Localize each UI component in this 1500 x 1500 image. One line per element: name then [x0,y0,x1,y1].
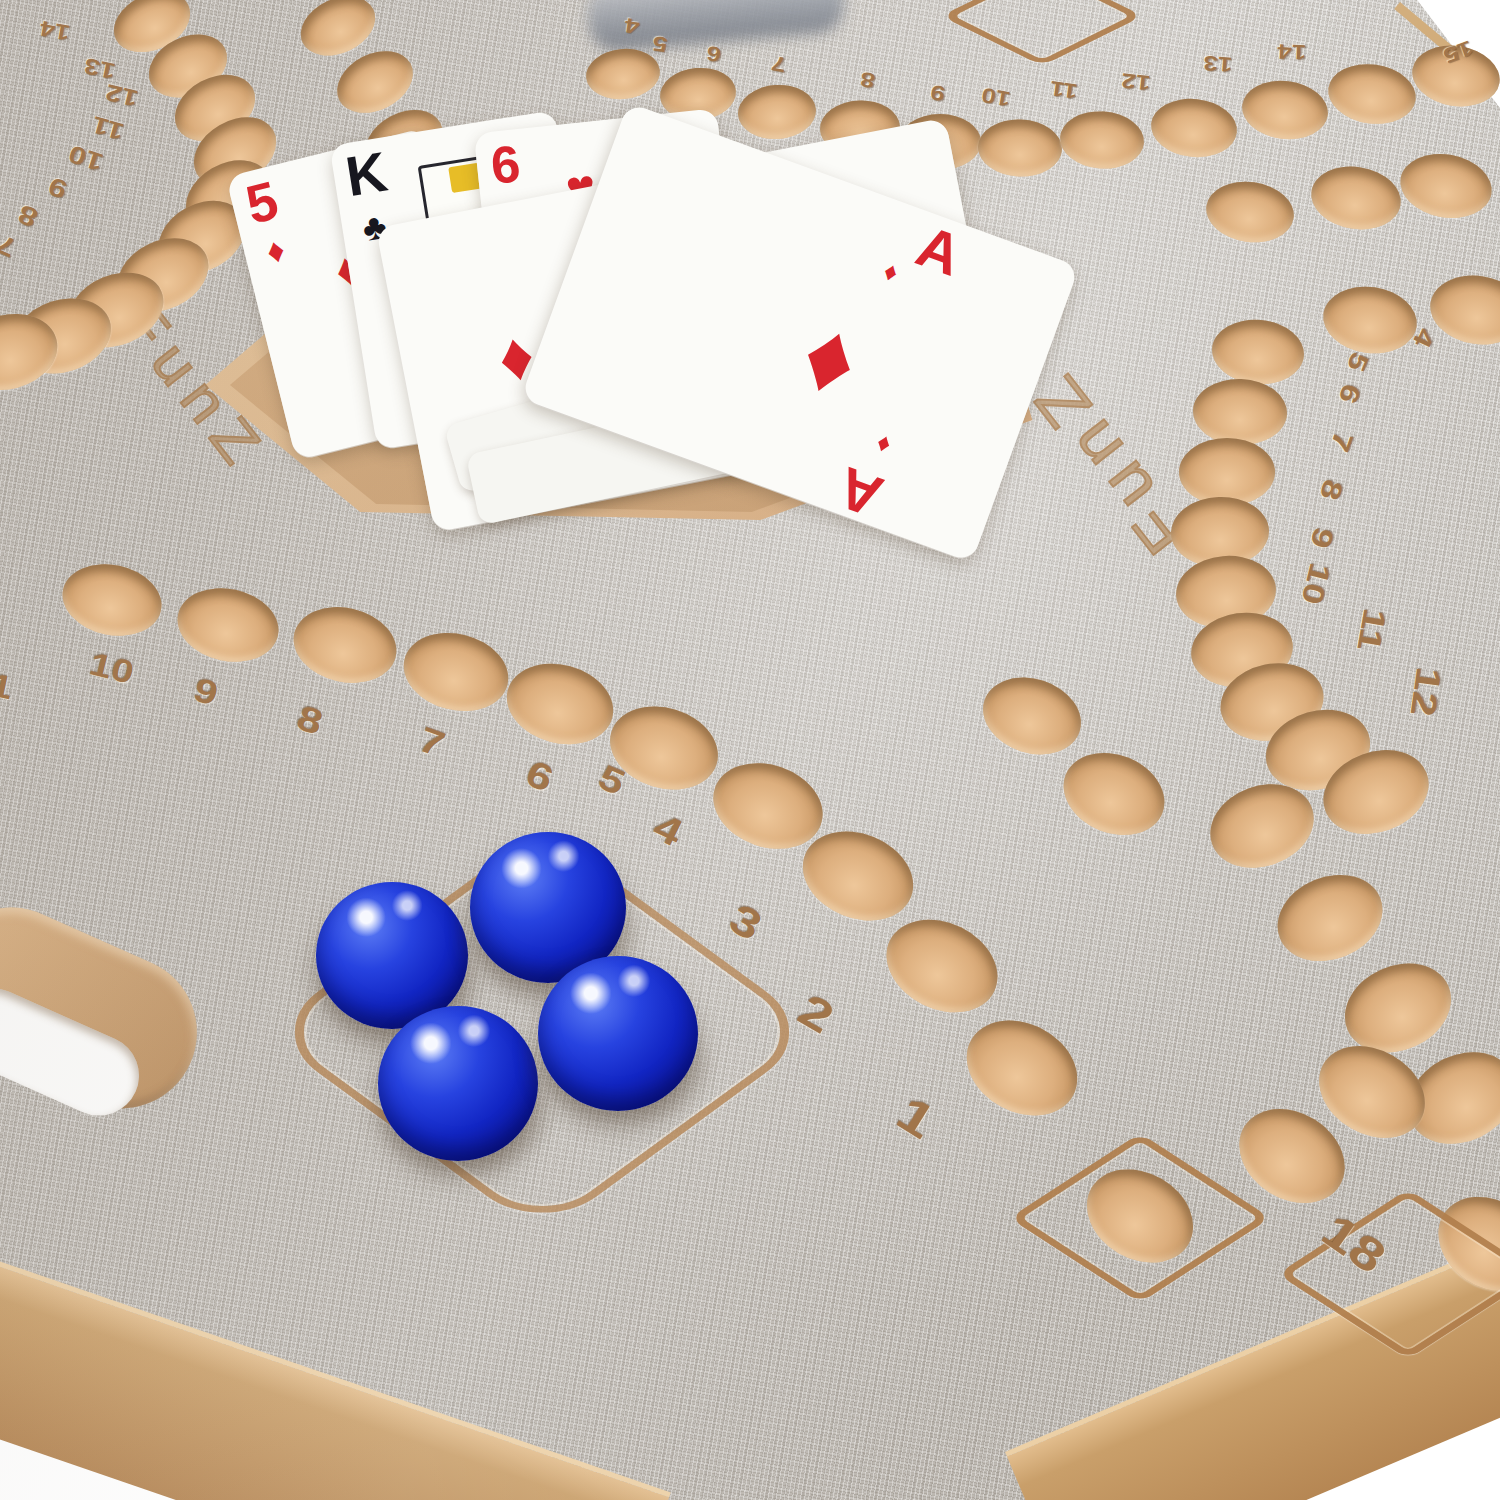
track-number-engraving: 10 [87,647,138,689]
track-number-engraving: 10 [1297,560,1336,607]
start-hole-diamond-outline [1009,1133,1270,1303]
track-number-engraving: 6 [705,43,723,66]
track-number-engraving: 12 [104,80,141,110]
board-game-photo: FunZ FunZ 141312111098745678910111213141… [0,0,1500,1500]
marble-hole[interactable] [1239,76,1331,144]
marble-hole[interactable] [171,579,286,671]
blue-marble[interactable] [378,1006,538,1161]
marble-hole[interactable] [1324,59,1419,130]
track-number-engraving: 6 [1334,381,1365,408]
marble-hole[interactable] [1307,160,1406,235]
track-number-engraving: 4 [623,15,640,38]
marble-hole[interactable] [56,555,168,644]
marble-hole[interactable] [950,1002,1094,1134]
diamond-suit-icon: ♦ [790,301,872,412]
track-number-engraving: 10 [980,84,1012,110]
marble-hole[interactable] [736,82,818,141]
track-number-engraving: 8 [859,69,877,92]
track-number-engraving: 11 [1049,78,1079,102]
track-number-engraving: 9 [929,82,947,105]
marble-hole[interactable] [1395,147,1497,225]
track-number-engraving: 6 [521,754,559,798]
marble-hole[interactable] [1209,316,1306,388]
track-number-engraving: 5 [651,33,668,56]
track-number-engraving: 3 [723,897,768,947]
card-rank-index: K [342,143,391,205]
marble-hole[interactable] [1148,95,1240,162]
track-number-engraving: 4 [648,807,689,853]
track-number-engraving: 1 [889,1089,943,1147]
track-number-engraving: 12 [1405,665,1447,718]
marble-hole[interactable] [977,118,1063,178]
track-number-engraving: 4 [1409,325,1440,352]
track-number-engraving: 8 [293,699,327,740]
track-number-engraving: 9 [1305,524,1338,551]
marble-hole[interactable] [498,652,623,755]
track-number-engraving: 8 [15,200,42,231]
marble-hole[interactable] [1202,176,1297,248]
track-number-engraving: 5 [594,759,631,801]
track-number-engraving: 14 [38,17,71,43]
track-number-engraving: 7 [770,53,788,76]
track-number-engraving: 13 [1203,53,1233,76]
track-number-engraving: 12 [1121,70,1152,94]
card-rank-index: 5 [241,172,283,232]
diamond-suit-icon: ♦ [880,257,901,286]
track-number-engraving: 7 [1326,428,1358,455]
track-number-engraving: 7 [414,721,449,762]
track-number-engraving: 11 [0,664,16,704]
track-number-engraving: 13 [82,54,117,82]
track-number-engraving: 2 [791,987,840,1041]
track-number-engraving: 9 [45,173,70,203]
card-rank-index: A [910,216,969,285]
marble-hole[interactable] [1051,738,1177,849]
marble-hole[interactable] [1058,109,1146,172]
track-number-engraving: 10 [66,141,106,175]
track-number-engraving: 14 [1277,41,1307,63]
marble-hole[interactable] [973,665,1091,766]
diamond-suit-icon: ♦ [263,232,288,269]
marble-hole[interactable] [1319,281,1421,359]
card-rank-index: 6 [488,137,522,192]
marble-hole[interactable] [584,45,663,102]
blue-marble[interactable] [538,956,698,1111]
marble-hole[interactable] [871,902,1013,1030]
marble-hole[interactable] [1179,438,1275,506]
track-number-engraving: 7 [0,230,20,262]
marble-hole[interactable] [1192,377,1288,446]
marble-hole[interactable] [1265,860,1396,976]
card-rank-index: A [830,458,889,527]
board-layout: FunZ FunZ 141312111098745678910111213141… [0,0,1500,1500]
track-number-engraving: 11 [1353,606,1392,653]
track-number-engraving: 9 [190,673,222,712]
marble-hole[interactable] [286,597,404,692]
diamond-suit-icon: ♦ [872,431,893,460]
marble-hole[interactable] [395,622,516,721]
track-number-engraving: 8 [1316,476,1349,503]
track-number-engraving: 11 [89,112,126,144]
start-hole-diamond-outline [941,0,1143,66]
